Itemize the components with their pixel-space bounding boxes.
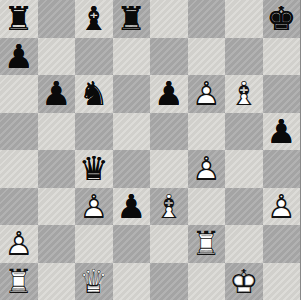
piece-glyph-outline: ♖	[188, 225, 226, 263]
square-h2[interactable]	[263, 225, 301, 263]
square-h4[interactable]	[263, 150, 301, 188]
square-e2[interactable]	[150, 225, 188, 263]
square-f5[interactable]	[188, 113, 226, 151]
square-c4[interactable]: ♛♛	[75, 150, 113, 188]
square-g7[interactable]	[225, 38, 263, 76]
piece-glyph-outline: ♗	[150, 188, 188, 226]
square-g2[interactable]	[225, 225, 263, 263]
square-g8[interactable]	[225, 0, 263, 38]
square-g5[interactable]	[225, 113, 263, 151]
square-e4[interactable]	[150, 150, 188, 188]
black-king-icon[interactable]: ♚♚	[263, 0, 301, 38]
black-pawn-icon[interactable]: ♟♟	[38, 75, 76, 113]
piece-glyph-outline: ♟	[263, 113, 301, 151]
piece-glyph-outline: ♙	[75, 188, 113, 226]
square-d7[interactable]	[113, 38, 151, 76]
piece-glyph-outline: ♟	[0, 38, 38, 76]
square-c6[interactable]: ♞♞	[75, 75, 113, 113]
square-g6[interactable]: ♝♗	[225, 75, 263, 113]
white-rook-icon[interactable]: ♜♖	[0, 263, 38, 300]
black-bishop-icon[interactable]: ♝♝	[75, 0, 113, 38]
square-f6[interactable]: ♟♙	[188, 75, 226, 113]
piece-glyph-outline: ♙	[188, 75, 226, 113]
square-f4[interactable]: ♟♙	[188, 150, 226, 188]
piece-glyph-outline: ♟	[150, 75, 188, 113]
square-d5[interactable]	[113, 113, 151, 151]
black-rook-icon[interactable]: ♜♜	[0, 0, 38, 38]
square-h6[interactable]	[263, 75, 301, 113]
white-rook-icon[interactable]: ♜♖	[188, 225, 226, 263]
square-e3[interactable]: ♝♗	[150, 188, 188, 226]
square-b5[interactable]	[38, 113, 76, 151]
white-pawn-icon[interactable]: ♟♙	[188, 150, 226, 188]
piece-glyph-outline: ♙	[263, 188, 301, 226]
square-c3[interactable]: ♟♙	[75, 188, 113, 226]
piece-glyph-outline: ♟	[113, 188, 151, 226]
piece-glyph-outline: ♗	[225, 75, 263, 113]
square-a7[interactable]: ♟♟	[0, 38, 38, 76]
square-f3[interactable]	[188, 188, 226, 226]
square-a2[interactable]: ♟♙	[0, 225, 38, 263]
square-e6[interactable]: ♟♟	[150, 75, 188, 113]
black-pawn-icon[interactable]: ♟♟	[150, 75, 188, 113]
black-pawn-icon[interactable]: ♟♟	[113, 188, 151, 226]
chess-board: ♜♜♝♝♜♜♚♚♟♟♟♟♞♞♟♟♟♙♝♗♟♟♛♛♟♙♟♙♟♟♝♗♟♙♟♙♜♖♜♖…	[0, 0, 300, 300]
square-g4[interactable]	[225, 150, 263, 188]
square-e7[interactable]	[150, 38, 188, 76]
square-e5[interactable]	[150, 113, 188, 151]
white-queen-icon[interactable]: ♛♕	[75, 263, 113, 300]
square-h7[interactable]	[263, 38, 301, 76]
square-b7[interactable]	[38, 38, 76, 76]
white-bishop-icon[interactable]: ♝♗	[225, 75, 263, 113]
black-queen-icon[interactable]: ♛♛	[75, 150, 113, 188]
square-c7[interactable]	[75, 38, 113, 76]
square-a5[interactable]	[0, 113, 38, 151]
square-d1[interactable]	[113, 263, 151, 300]
piece-glyph-outline: ♜	[0, 0, 38, 38]
square-f7[interactable]	[188, 38, 226, 76]
white-pawn-icon[interactable]: ♟♙	[75, 188, 113, 226]
piece-glyph-outline: ♔	[225, 263, 263, 300]
piece-glyph-outline: ♝	[75, 0, 113, 38]
square-a8[interactable]: ♜♜	[0, 0, 38, 38]
piece-glyph-outline: ♕	[75, 263, 113, 300]
square-e8[interactable]	[150, 0, 188, 38]
square-h3[interactable]: ♟♙	[263, 188, 301, 226]
square-h8[interactable]: ♚♚	[263, 0, 301, 38]
white-pawn-icon[interactable]: ♟♙	[0, 225, 38, 263]
square-e1[interactable]	[150, 263, 188, 300]
square-c2[interactable]	[75, 225, 113, 263]
white-bishop-icon[interactable]: ♝♗	[150, 188, 188, 226]
square-c1[interactable]: ♛♕	[75, 263, 113, 300]
black-knight-icon[interactable]: ♞♞	[75, 75, 113, 113]
piece-glyph-outline: ♟	[38, 75, 76, 113]
square-f1[interactable]	[188, 263, 226, 300]
square-c8[interactable]: ♝♝	[75, 0, 113, 38]
piece-glyph-outline: ♜	[113, 0, 151, 38]
piece-glyph-outline: ♚	[263, 0, 301, 38]
square-f2[interactable]: ♜♖	[188, 225, 226, 263]
white-king-icon[interactable]: ♚♔	[225, 263, 263, 300]
square-g1[interactable]: ♚♔	[225, 263, 263, 300]
black-pawn-icon[interactable]: ♟♟	[263, 113, 301, 151]
square-d6[interactable]	[113, 75, 151, 113]
square-b1[interactable]	[38, 263, 76, 300]
square-a3[interactable]	[0, 188, 38, 226]
piece-glyph-outline: ♙	[188, 150, 226, 188]
square-c5[interactable]	[75, 113, 113, 151]
square-b6[interactable]: ♟♟	[38, 75, 76, 113]
piece-glyph-outline: ♙	[0, 225, 38, 263]
square-a4[interactable]	[0, 150, 38, 188]
square-d3[interactable]: ♟♟	[113, 188, 151, 226]
square-f8[interactable]	[188, 0, 226, 38]
white-pawn-icon[interactable]: ♟♙	[188, 75, 226, 113]
square-d2[interactable]	[113, 225, 151, 263]
piece-glyph-outline: ♛	[75, 150, 113, 188]
square-h5[interactable]: ♟♟	[263, 113, 301, 151]
square-b4[interactable]	[38, 150, 76, 188]
white-pawn-icon[interactable]: ♟♙	[263, 188, 301, 226]
square-b8[interactable]	[38, 0, 76, 38]
square-h1[interactable]	[263, 263, 301, 300]
square-a6[interactable]	[0, 75, 38, 113]
piece-glyph-outline: ♖	[0, 263, 38, 300]
square-d8[interactable]: ♜♜	[113, 0, 151, 38]
square-b3[interactable]	[38, 188, 76, 226]
square-a1[interactable]: ♜♖	[0, 263, 38, 300]
square-b2[interactable]	[38, 225, 76, 263]
black-pawn-icon[interactable]: ♟♟	[0, 38, 38, 76]
piece-glyph-outline: ♞	[75, 75, 113, 113]
square-g3[interactable]	[225, 188, 263, 226]
square-d4[interactable]	[113, 150, 151, 188]
black-rook-icon[interactable]: ♜♜	[113, 0, 151, 38]
